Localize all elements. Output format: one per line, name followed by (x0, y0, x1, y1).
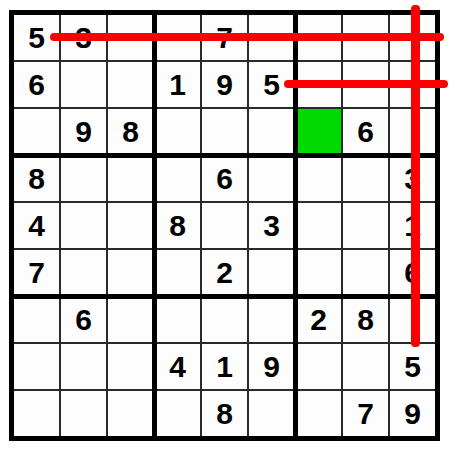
cell-r7c1[interactable] (14, 297, 59, 342)
cell-r7c4[interactable] (155, 297, 200, 342)
cell-r8c7[interactable] (296, 344, 341, 389)
cell-r4c8[interactable] (343, 156, 388, 201)
cell-r8c6[interactable]: 9 (249, 344, 294, 389)
cell-r3c3[interactable]: 8 (108, 109, 153, 154)
cell-r8c9[interactable]: 5 (390, 344, 435, 389)
scan-line-row-2 (284, 80, 448, 88)
cell-r7c2[interactable]: 6 (61, 297, 106, 342)
cell-r6c8[interactable] (343, 250, 388, 295)
cell-r9c5[interactable]: 8 (202, 391, 247, 436)
cell-r6c5[interactable]: 2 (202, 250, 247, 295)
cell-r5c4[interactable]: 8 (155, 203, 200, 248)
sudoku-diagram: 537619598686348317266284195879 (0, 0, 450, 451)
cell-r3c4[interactable] (155, 109, 200, 154)
cell-r3c8[interactable]: 6 (343, 109, 388, 154)
cell-r4c2[interactable] (61, 156, 106, 201)
cell-r5c5[interactable] (202, 203, 247, 248)
cell-r8c3[interactable] (108, 344, 153, 389)
highlighted-cell-r3c7[interactable] (296, 109, 341, 154)
sudoku-board: 537619598686348317266284195879 (9, 10, 440, 441)
cell-r4c6[interactable] (249, 156, 294, 201)
cell-r2c5[interactable]: 9 (202, 62, 247, 107)
cell-r6c3[interactable] (108, 250, 153, 295)
cell-r5c7[interactable] (296, 203, 341, 248)
cell-r9c4[interactable] (155, 391, 200, 436)
cell-r6c7[interactable] (296, 250, 341, 295)
cell-r5c1[interactable]: 4 (14, 203, 59, 248)
cell-r7c5[interactable] (202, 297, 247, 342)
cell-r4c5[interactable]: 6 (202, 156, 247, 201)
cell-r8c4[interactable]: 4 (155, 344, 200, 389)
cell-r6c4[interactable] (155, 250, 200, 295)
box-border-vertical-left (152, 15, 157, 436)
cell-r5c8[interactable] (343, 203, 388, 248)
box-border-vertical-right (293, 15, 298, 436)
cell-r3c2[interactable]: 9 (61, 109, 106, 154)
cell-r3c1[interactable] (14, 109, 59, 154)
cell-r4c4[interactable] (155, 156, 200, 201)
cell-r9c6[interactable] (249, 391, 294, 436)
box-border-horizontal-top (14, 153, 435, 158)
cell-r8c2[interactable] (61, 344, 106, 389)
scan-line-row-1 (50, 33, 444, 41)
cell-r2c3[interactable] (108, 62, 153, 107)
scan-line-col-9 (411, 5, 420, 347)
cell-r8c8[interactable] (343, 344, 388, 389)
cell-r8c1[interactable] (14, 344, 59, 389)
cell-r7c8[interactable]: 8 (343, 297, 388, 342)
cell-r9c2[interactable] (61, 391, 106, 436)
cell-r2c1[interactable]: 6 (14, 62, 59, 107)
cell-r9c3[interactable] (108, 391, 153, 436)
cell-r9c1[interactable] (14, 391, 59, 436)
cell-r7c3[interactable] (108, 297, 153, 342)
cell-r4c1[interactable]: 8 (14, 156, 59, 201)
cell-r2c4[interactable]: 1 (155, 62, 200, 107)
cell-r5c6[interactable]: 3 (249, 203, 294, 248)
cell-r4c7[interactable] (296, 156, 341, 201)
cell-r4c3[interactable] (108, 156, 153, 201)
cell-r6c2[interactable] (61, 250, 106, 295)
cell-r9c9[interactable]: 9 (390, 391, 435, 436)
cell-r3c6[interactable] (249, 109, 294, 154)
cell-r3c5[interactable] (202, 109, 247, 154)
cell-r7c7[interactable]: 2 (296, 297, 341, 342)
cell-r2c2[interactable] (61, 62, 106, 107)
cell-r9c7[interactable] (296, 391, 341, 436)
cell-r5c3[interactable] (108, 203, 153, 248)
cell-r8c5[interactable]: 1 (202, 344, 247, 389)
cell-r9c8[interactable]: 7 (343, 391, 388, 436)
cell-r6c6[interactable] (249, 250, 294, 295)
cell-r6c1[interactable]: 7 (14, 250, 59, 295)
box-border-horizontal-bottom (14, 294, 435, 299)
cell-r5c2[interactable] (61, 203, 106, 248)
cell-r7c6[interactable] (249, 297, 294, 342)
